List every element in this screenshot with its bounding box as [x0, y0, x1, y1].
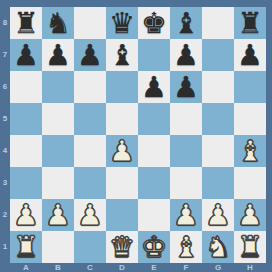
square-g1[interactable]: ♞	[202, 231, 234, 263]
square-h2[interactable]: ♟	[234, 199, 266, 231]
square-g5[interactable]	[202, 103, 234, 135]
rank-label-5: 5	[0, 103, 10, 135]
white-knight-icon[interactable]: ♞	[202, 231, 234, 263]
square-d6[interactable]	[106, 71, 138, 103]
white-rook-icon[interactable]: ♜	[10, 231, 42, 263]
file-label-f: F	[170, 263, 202, 272]
square-h1[interactable]: ♜	[234, 231, 266, 263]
square-d8[interactable]: ♛	[106, 7, 138, 39]
square-a3[interactable]	[10, 167, 42, 199]
square-f2[interactable]: ♟	[170, 199, 202, 231]
square-f8[interactable]: ♝	[170, 7, 202, 39]
square-e7[interactable]	[138, 39, 170, 71]
square-c6[interactable]	[74, 71, 106, 103]
white-pawn-icon[interactable]: ♟	[106, 135, 138, 167]
square-b5[interactable]	[42, 103, 74, 135]
square-e2[interactable]	[138, 199, 170, 231]
black-pawn-icon[interactable]: ♟	[74, 39, 106, 71]
square-d4[interactable]: ♟	[106, 135, 138, 167]
square-e8[interactable]: ♚	[138, 7, 170, 39]
chess-app: ♜♞♛♚♝♜♟♟♟♝♟♟♟♟♟♝♟♟♟♟♟♟♜♛♚♝♞♜ 8A7B6C5D4E3…	[0, 0, 272, 272]
white-queen-icon[interactable]: ♛	[106, 231, 138, 263]
square-a6[interactable]	[10, 71, 42, 103]
square-c4[interactable]	[74, 135, 106, 167]
black-pawn-icon[interactable]: ♟	[170, 71, 202, 103]
square-d5[interactable]	[106, 103, 138, 135]
file-label-b: B	[42, 263, 74, 272]
square-c3[interactable]	[74, 167, 106, 199]
square-g8[interactable]	[202, 7, 234, 39]
square-a1[interactable]: ♜	[10, 231, 42, 263]
black-pawn-icon[interactable]: ♟	[170, 39, 202, 71]
file-label-g: G	[202, 263, 234, 272]
black-pawn-icon[interactable]: ♟	[10, 39, 42, 71]
square-e6[interactable]: ♟	[138, 71, 170, 103]
square-g2[interactable]: ♟	[202, 199, 234, 231]
square-e4[interactable]	[138, 135, 170, 167]
square-a8[interactable]: ♜	[10, 7, 42, 39]
square-h3[interactable]	[234, 167, 266, 199]
white-pawn-icon[interactable]: ♟	[10, 199, 42, 231]
square-d7[interactable]: ♝	[106, 39, 138, 71]
black-rook-icon[interactable]: ♜	[234, 7, 266, 39]
white-pawn-icon[interactable]: ♟	[202, 199, 234, 231]
black-pawn-icon[interactable]: ♟	[234, 39, 266, 71]
square-f3[interactable]	[170, 167, 202, 199]
square-b3[interactable]	[42, 167, 74, 199]
black-queen-icon[interactable]: ♛	[106, 7, 138, 39]
square-f1[interactable]: ♝	[170, 231, 202, 263]
square-a7[interactable]: ♟	[10, 39, 42, 71]
square-h5[interactable]	[234, 103, 266, 135]
black-rook-icon[interactable]: ♜	[10, 7, 42, 39]
file-label-a: A	[10, 263, 42, 272]
rank-label-4: 4	[0, 135, 10, 167]
file-label-d: D	[106, 263, 138, 272]
square-g7[interactable]	[202, 39, 234, 71]
square-d1[interactable]: ♛	[106, 231, 138, 263]
square-d2[interactable]	[106, 199, 138, 231]
rank-label-7: 7	[0, 39, 10, 71]
white-pawn-icon[interactable]: ♟	[42, 199, 74, 231]
square-c8[interactable]	[74, 7, 106, 39]
square-f5[interactable]	[170, 103, 202, 135]
square-h7[interactable]: ♟	[234, 39, 266, 71]
square-g4[interactable]	[202, 135, 234, 167]
file-label-h: H	[234, 263, 266, 272]
square-c1[interactable]	[74, 231, 106, 263]
black-bishop-icon[interactable]: ♝	[106, 39, 138, 71]
white-king-icon[interactable]: ♚	[138, 231, 170, 263]
white-bishop-icon[interactable]: ♝	[170, 231, 202, 263]
square-a2[interactable]: ♟	[10, 199, 42, 231]
square-h4[interactable]: ♝	[234, 135, 266, 167]
square-g3[interactable]	[202, 167, 234, 199]
square-f6[interactable]: ♟	[170, 71, 202, 103]
rank-label-2: 2	[0, 199, 10, 231]
square-c2[interactable]: ♟	[74, 199, 106, 231]
square-a4[interactable]	[10, 135, 42, 167]
white-rook-icon[interactable]: ♜	[234, 231, 266, 263]
square-a5[interactable]	[10, 103, 42, 135]
square-b1[interactable]	[42, 231, 74, 263]
square-f7[interactable]: ♟	[170, 39, 202, 71]
file-label-c: C	[74, 263, 106, 272]
square-b7[interactable]: ♟	[42, 39, 74, 71]
square-e3[interactable]	[138, 167, 170, 199]
black-pawn-icon[interactable]: ♟	[42, 39, 74, 71]
square-b2[interactable]: ♟	[42, 199, 74, 231]
square-h6[interactable]	[234, 71, 266, 103]
square-d3[interactable]	[106, 167, 138, 199]
square-b8[interactable]: ♞	[42, 7, 74, 39]
black-king-icon[interactable]: ♚	[138, 7, 170, 39]
chess-board: ♜♞♛♚♝♜♟♟♟♝♟♟♟♟♟♝♟♟♟♟♟♟♜♛♚♝♞♜	[10, 7, 266, 263]
square-c5[interactable]	[74, 103, 106, 135]
square-e1[interactable]: ♚	[138, 231, 170, 263]
white-pawn-icon[interactable]: ♟	[74, 199, 106, 231]
square-c7[interactable]: ♟	[74, 39, 106, 71]
square-b6[interactable]	[42, 71, 74, 103]
white-pawn-icon[interactable]: ♟	[170, 199, 202, 231]
rank-label-8: 8	[0, 7, 10, 39]
black-knight-icon[interactable]: ♞	[42, 7, 74, 39]
file-label-e: E	[138, 263, 170, 272]
square-h8[interactable]: ♜	[234, 7, 266, 39]
square-f4[interactable]	[170, 135, 202, 167]
square-b4[interactable]	[42, 135, 74, 167]
rank-label-6: 6	[0, 71, 10, 103]
white-bishop-icon[interactable]: ♝	[234, 135, 266, 167]
square-e5[interactable]	[138, 103, 170, 135]
black-bishop-icon[interactable]: ♝	[170, 7, 202, 39]
white-pawn-icon[interactable]: ♟	[234, 199, 266, 231]
black-pawn-icon[interactable]: ♟	[138, 71, 170, 103]
rank-label-3: 3	[0, 167, 10, 199]
square-g6[interactable]	[202, 71, 234, 103]
rank-label-1: 1	[0, 231, 10, 263]
